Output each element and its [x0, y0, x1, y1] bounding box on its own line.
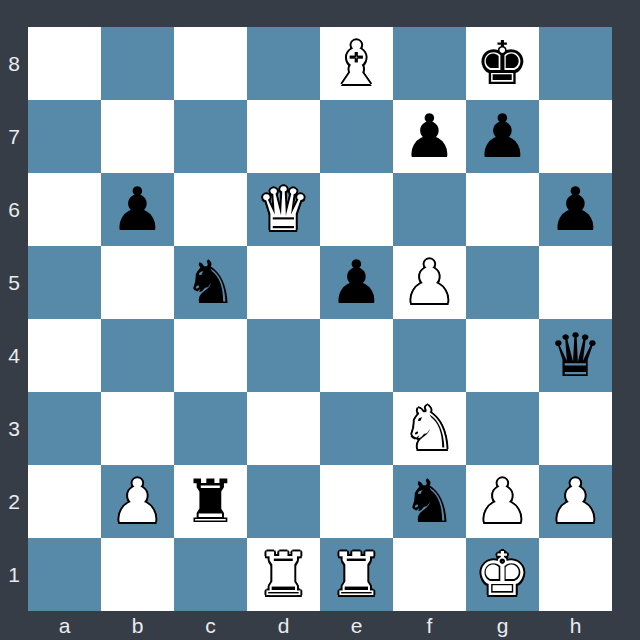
rank-label-3: 3	[0, 392, 28, 465]
square-d1[interactable]: ♜	[247, 538, 320, 611]
file-label-h: h	[539, 611, 612, 640]
square-a7[interactable]	[28, 100, 101, 173]
square-f5[interactable]: ♟	[393, 246, 466, 319]
square-a4[interactable]	[28, 319, 101, 392]
square-c3[interactable]	[174, 392, 247, 465]
rank-label-5: 5	[0, 246, 28, 319]
white-knight-icon[interactable]: ♞	[403, 392, 457, 465]
rank-label-6: 6	[0, 173, 28, 246]
square-g5[interactable]	[466, 246, 539, 319]
black-king-icon[interactable]: ♚	[476, 27, 530, 100]
white-bishop-icon[interactable]: ♝	[330, 27, 384, 100]
rank-label-7: 7	[0, 100, 28, 173]
square-d7[interactable]	[247, 100, 320, 173]
page: { "game": "chess", "position": { "fen": …	[0, 0, 640, 640]
black-knight-icon[interactable]: ♞	[403, 465, 457, 538]
square-b2[interactable]: ♟	[101, 465, 174, 538]
square-g2[interactable]: ♟	[466, 465, 539, 538]
square-d5[interactable]	[247, 246, 320, 319]
file-label-f: f	[393, 611, 466, 640]
square-c1[interactable]	[174, 538, 247, 611]
square-b1[interactable]	[101, 538, 174, 611]
square-b4[interactable]	[101, 319, 174, 392]
white-pawn-icon[interactable]: ♟	[476, 465, 530, 538]
white-rook-icon[interactable]: ♜	[257, 538, 311, 611]
square-g4[interactable]	[466, 319, 539, 392]
square-b5[interactable]	[101, 246, 174, 319]
square-b8[interactable]	[101, 27, 174, 100]
rank-label-1: 1	[0, 538, 28, 611]
square-f2[interactable]: ♞	[393, 465, 466, 538]
square-c4[interactable]	[174, 319, 247, 392]
square-f1[interactable]	[393, 538, 466, 611]
square-h6[interactable]: ♟	[539, 173, 612, 246]
square-c8[interactable]	[174, 27, 247, 100]
square-a6[interactable]	[28, 173, 101, 246]
black-rook-icon[interactable]: ♜	[184, 465, 238, 538]
black-pawn-icon[interactable]: ♟	[549, 173, 603, 246]
rank-label-2: 2	[0, 465, 28, 538]
white-queen-icon[interactable]: ♛	[257, 173, 311, 246]
white-king-icon[interactable]: ♚	[476, 538, 530, 611]
file-labels: abcdefgh	[28, 611, 612, 640]
square-e8[interactable]: ♝	[320, 27, 393, 100]
black-pawn-icon[interactable]: ♟	[403, 100, 457, 173]
black-pawn-icon[interactable]: ♟	[111, 173, 165, 246]
square-a3[interactable]	[28, 392, 101, 465]
square-f3[interactable]: ♞	[393, 392, 466, 465]
chess-board: ♝♚♟♟♟♛♟♞♟♟♛♞♟♜♞♟♟♜♜♚	[28, 27, 612, 611]
file-label-c: c	[174, 611, 247, 640]
square-h2[interactable]: ♟	[539, 465, 612, 538]
square-h8[interactable]	[539, 27, 612, 100]
square-b3[interactable]	[101, 392, 174, 465]
square-d2[interactable]	[247, 465, 320, 538]
square-g3[interactable]	[466, 392, 539, 465]
white-pawn-icon[interactable]: ♟	[549, 465, 603, 538]
white-rook-icon[interactable]: ♜	[330, 538, 384, 611]
square-c6[interactable]	[174, 173, 247, 246]
square-g6[interactable]	[466, 173, 539, 246]
square-h7[interactable]	[539, 100, 612, 173]
square-e6[interactable]	[320, 173, 393, 246]
square-d3[interactable]	[247, 392, 320, 465]
square-h3[interactable]	[539, 392, 612, 465]
square-d8[interactable]	[247, 27, 320, 100]
black-pawn-icon[interactable]: ♟	[476, 100, 530, 173]
square-f6[interactable]	[393, 173, 466, 246]
square-b7[interactable]	[101, 100, 174, 173]
square-c2[interactable]: ♜	[174, 465, 247, 538]
square-f7[interactable]: ♟	[393, 100, 466, 173]
white-pawn-icon[interactable]: ♟	[403, 246, 457, 319]
square-a2[interactable]	[28, 465, 101, 538]
square-h5[interactable]	[539, 246, 612, 319]
square-a8[interactable]	[28, 27, 101, 100]
file-label-a: a	[28, 611, 101, 640]
file-label-g: g	[466, 611, 539, 640]
square-d4[interactable]	[247, 319, 320, 392]
square-g7[interactable]: ♟	[466, 100, 539, 173]
file-label-b: b	[101, 611, 174, 640]
black-queen-icon[interactable]: ♛	[549, 319, 603, 392]
square-e2[interactable]	[320, 465, 393, 538]
square-c7[interactable]	[174, 100, 247, 173]
square-b6[interactable]: ♟	[101, 173, 174, 246]
black-knight-icon[interactable]: ♞	[184, 246, 238, 319]
file-label-d: d	[247, 611, 320, 640]
square-g1[interactable]: ♚	[466, 538, 539, 611]
square-a5[interactable]	[28, 246, 101, 319]
square-e3[interactable]	[320, 392, 393, 465]
rank-labels: 87654321	[0, 27, 28, 611]
square-h4[interactable]: ♛	[539, 319, 612, 392]
file-label-e: e	[320, 611, 393, 640]
square-e7[interactable]	[320, 100, 393, 173]
square-d6[interactable]: ♛	[247, 173, 320, 246]
square-h1[interactable]	[539, 538, 612, 611]
black-pawn-icon[interactable]: ♟	[330, 246, 384, 319]
rank-label-4: 4	[0, 319, 28, 392]
rank-label-8: 8	[0, 27, 28, 100]
square-e1[interactable]: ♜	[320, 538, 393, 611]
square-e5[interactable]: ♟	[320, 246, 393, 319]
square-a1[interactable]	[28, 538, 101, 611]
square-e4[interactable]	[320, 319, 393, 392]
square-g8[interactable]: ♚	[466, 27, 539, 100]
square-f8[interactable]	[393, 27, 466, 100]
white-pawn-icon[interactable]: ♟	[111, 465, 165, 538]
square-f4[interactable]	[393, 319, 466, 392]
square-c5[interactable]: ♞	[174, 246, 247, 319]
